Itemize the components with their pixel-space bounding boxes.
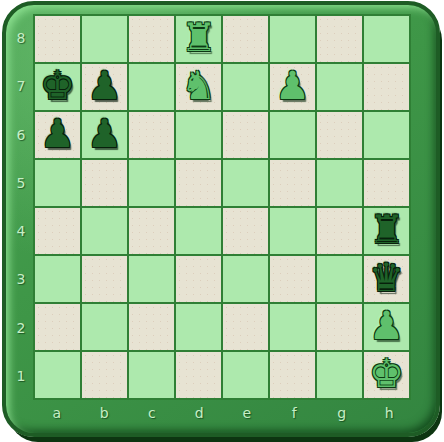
square-f1[interactable] [270,352,315,398]
square-e2[interactable] [223,304,268,350]
piece-black-rook: ♜ [369,208,404,252]
square-c2[interactable] [129,304,174,350]
square-f8[interactable] [270,16,315,62]
square-d8[interactable]: ♜ [176,16,221,62]
square-e3[interactable] [223,256,268,302]
rank-labels: 87654321 [10,14,32,400]
square-b3[interactable] [82,256,127,302]
square-e4[interactable] [223,208,268,254]
file-label-c: c [128,401,176,425]
square-d1[interactable] [176,352,221,398]
file-label-e: e [223,401,271,425]
square-g2[interactable] [317,304,362,350]
square-c1[interactable] [129,352,174,398]
square-e8[interactable] [223,16,268,62]
rank-label-7: 7 [10,62,32,110]
square-c5[interactable] [129,160,174,206]
rank-label-2: 2 [10,304,32,352]
piece-black-king: ♚ [40,64,75,108]
square-a1[interactable] [35,352,80,398]
square-g6[interactable] [317,112,362,158]
file-label-g: g [318,401,366,425]
chess-board: ♜♚♟♞♟♟♟♜♛♟♚ [33,14,411,400]
piece-white-pawn: ♟ [369,304,404,348]
square-c8[interactable] [129,16,174,62]
rank-label-4: 4 [10,207,32,255]
square-f6[interactable] [270,112,315,158]
file-label-a: a [33,401,81,425]
square-b8[interactable] [82,16,127,62]
square-h7[interactable] [364,64,409,110]
file-label-f: f [271,401,319,425]
square-c7[interactable] [129,64,174,110]
square-e7[interactable] [223,64,268,110]
square-g1[interactable] [317,352,362,398]
piece-white-pawn: ♟ [275,64,310,108]
square-h6[interactable] [364,112,409,158]
square-h2[interactable]: ♟ [364,304,409,350]
square-g8[interactable] [317,16,362,62]
piece-white-king: ♚ [369,352,404,396]
square-f5[interactable] [270,160,315,206]
square-h3[interactable]: ♛ [364,256,409,302]
square-d2[interactable] [176,304,221,350]
square-f4[interactable] [270,208,315,254]
square-d5[interactable] [176,160,221,206]
square-g5[interactable] [317,160,362,206]
square-b1[interactable] [82,352,127,398]
square-a5[interactable] [35,160,80,206]
file-label-b: b [81,401,129,425]
piece-white-rook: ♜ [181,16,216,60]
rank-label-3: 3 [10,255,32,303]
square-f2[interactable] [270,304,315,350]
square-h8[interactable] [364,16,409,62]
square-f3[interactable] [270,256,315,302]
square-a7[interactable]: ♚ [35,64,80,110]
piece-black-pawn: ♟ [40,112,75,156]
piece-black-pawn: ♟ [87,112,122,156]
square-a2[interactable] [35,304,80,350]
square-b7[interactable]: ♟ [82,64,127,110]
square-h4[interactable]: ♜ [364,208,409,254]
rank-label-5: 5 [10,159,32,207]
rank-label-1: 1 [10,352,32,400]
piece-black-pawn: ♟ [87,64,122,108]
rank-label-6: 6 [10,111,32,159]
square-a8[interactable] [35,16,80,62]
square-b5[interactable] [82,160,127,206]
square-b6[interactable]: ♟ [82,112,127,158]
file-labels: abcdefgh [33,401,413,425]
file-label-d: d [176,401,224,425]
square-e1[interactable] [223,352,268,398]
square-e6[interactable] [223,112,268,158]
square-a4[interactable] [35,208,80,254]
square-a6[interactable]: ♟ [35,112,80,158]
piece-white-knight: ♞ [181,64,216,108]
square-g7[interactable] [317,64,362,110]
square-c4[interactable] [129,208,174,254]
square-a3[interactable] [35,256,80,302]
square-g4[interactable] [317,208,362,254]
square-d7[interactable]: ♞ [176,64,221,110]
square-h1[interactable]: ♚ [364,352,409,398]
square-c6[interactable] [129,112,174,158]
board-frame: 87654321 ♜♚♟♞♟♟♟♜♛♟♚ abcdefgh [2,1,440,437]
file-label-h: h [366,401,414,425]
square-b4[interactable] [82,208,127,254]
square-b2[interactable] [82,304,127,350]
square-g3[interactable] [317,256,362,302]
square-d4[interactable] [176,208,221,254]
square-e5[interactable] [223,160,268,206]
square-c3[interactable] [129,256,174,302]
square-d6[interactable] [176,112,221,158]
square-f7[interactable]: ♟ [270,64,315,110]
square-h5[interactable] [364,160,409,206]
rank-label-8: 8 [10,14,32,62]
piece-black-queen: ♛ [369,256,404,300]
square-d3[interactable] [176,256,221,302]
